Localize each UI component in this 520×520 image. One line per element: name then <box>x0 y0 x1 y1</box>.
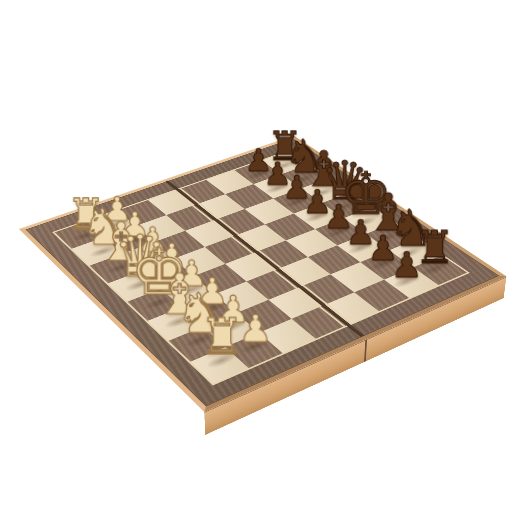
folding-chess-board: ♜♟♟♜♞♟♟♞♝♟♟♝♛♟♟♛♚♟♟♚♝♟♟♝♞♟♟♞♜♟♟♜ <box>19 136 507 412</box>
piece-glyph: ♜ <box>186 312 258 362</box>
box-side-fold-seam <box>364 339 367 362</box>
product-photo-canvas: ♜♟♟♜♞♟♟♞♝♟♟♝♛♟♟♛♚♟♟♚♝♟♟♝♞♟♟♞♜♟♟♜ <box>0 0 520 520</box>
board-top-surface: ♜♟♟♜♞♟♟♞♝♟♟♝♛♟♟♛♚♟♟♚♝♟♟♝♞♟♟♞♜♟♟♜ <box>19 136 507 412</box>
piece-glyph: ♟ <box>374 247 440 282</box>
chess-scene: ♜♟♟♜♞♟♟♞♝♟♟♝♛♟♟♛♚♟♟♚♝♟♟♝♞♟♟♞♜♟♟♜ <box>0 0 520 520</box>
